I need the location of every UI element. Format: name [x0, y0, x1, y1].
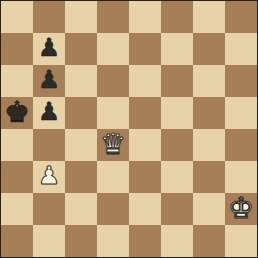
square-c1[interactable]: [65, 225, 97, 257]
square-b5[interactable]: ♟: [33, 97, 65, 129]
square-f4[interactable]: [161, 129, 193, 161]
square-a4[interactable]: [1, 129, 33, 161]
square-h3[interactable]: [225, 161, 257, 193]
square-h2[interactable]: ♚: [225, 193, 257, 225]
square-a2[interactable]: [1, 193, 33, 225]
square-e3[interactable]: [129, 161, 161, 193]
square-b4[interactable]: [33, 129, 65, 161]
square-d6[interactable]: [97, 65, 129, 97]
square-c6[interactable]: [65, 65, 97, 97]
square-h5[interactable]: [225, 97, 257, 129]
square-g1[interactable]: [193, 225, 225, 257]
white-queen[interactable]: ♛: [97, 129, 129, 161]
square-a3[interactable]: [1, 161, 33, 193]
white-king[interactable]: ♚: [225, 193, 257, 225]
square-f8[interactable]: [161, 1, 193, 33]
square-d8[interactable]: [97, 1, 129, 33]
square-e1[interactable]: [129, 225, 161, 257]
square-b2[interactable]: [33, 193, 65, 225]
square-c2[interactable]: [65, 193, 97, 225]
square-f2[interactable]: [161, 193, 193, 225]
square-f1[interactable]: [161, 225, 193, 257]
square-d4[interactable]: ♛: [97, 129, 129, 161]
square-c3[interactable]: [65, 161, 97, 193]
square-h4[interactable]: [225, 129, 257, 161]
square-g2[interactable]: [193, 193, 225, 225]
chess-board: ♟♟♚♟♛♟♚: [0, 0, 258, 258]
square-h7[interactable]: [225, 33, 257, 65]
square-a6[interactable]: [1, 65, 33, 97]
square-e5[interactable]: [129, 97, 161, 129]
square-h8[interactable]: [225, 1, 257, 33]
square-a5[interactable]: ♚: [1, 97, 33, 129]
square-a8[interactable]: [1, 1, 33, 33]
square-d7[interactable]: [97, 33, 129, 65]
black-king[interactable]: ♚: [1, 97, 33, 129]
square-c4[interactable]: [65, 129, 97, 161]
square-h6[interactable]: [225, 65, 257, 97]
square-f7[interactable]: [161, 33, 193, 65]
square-g4[interactable]: [193, 129, 225, 161]
white-pawn[interactable]: ♟: [33, 161, 65, 193]
black-pawn[interactable]: ♟: [33, 65, 65, 97]
square-g5[interactable]: [193, 97, 225, 129]
square-e6[interactable]: [129, 65, 161, 97]
square-b7[interactable]: ♟: [33, 33, 65, 65]
square-b8[interactable]: [33, 1, 65, 33]
square-g6[interactable]: [193, 65, 225, 97]
black-pawn[interactable]: ♟: [33, 33, 65, 65]
square-d1[interactable]: [97, 225, 129, 257]
square-e2[interactable]: [129, 193, 161, 225]
square-a7[interactable]: [1, 33, 33, 65]
square-a1[interactable]: [1, 225, 33, 257]
square-c8[interactable]: [65, 1, 97, 33]
square-g7[interactable]: [193, 33, 225, 65]
square-f5[interactable]: [161, 97, 193, 129]
square-d2[interactable]: [97, 193, 129, 225]
square-b1[interactable]: [33, 225, 65, 257]
square-b3[interactable]: ♟: [33, 161, 65, 193]
square-d5[interactable]: [97, 97, 129, 129]
black-pawn[interactable]: ♟: [33, 97, 65, 129]
square-e8[interactable]: [129, 1, 161, 33]
square-f3[interactable]: [161, 161, 193, 193]
square-g3[interactable]: [193, 161, 225, 193]
square-f6[interactable]: [161, 65, 193, 97]
square-b6[interactable]: ♟: [33, 65, 65, 97]
square-d3[interactable]: [97, 161, 129, 193]
square-e4[interactable]: [129, 129, 161, 161]
square-g8[interactable]: [193, 1, 225, 33]
square-e7[interactable]: [129, 33, 161, 65]
square-c5[interactable]: [65, 97, 97, 129]
square-h1[interactable]: [225, 225, 257, 257]
square-c7[interactable]: [65, 33, 97, 65]
